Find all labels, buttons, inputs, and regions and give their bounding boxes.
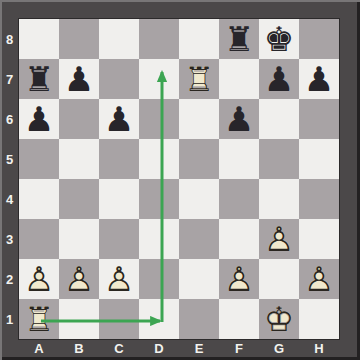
square-b8[interactable] xyxy=(59,19,99,59)
square-e6[interactable] xyxy=(179,99,219,139)
square-g5[interactable] xyxy=(259,139,299,179)
square-g6[interactable] xyxy=(259,99,299,139)
black-pawn-piece[interactable]: ♟ xyxy=(99,99,139,139)
square-g4[interactable] xyxy=(259,179,299,219)
white-pawn-piece[interactable]: ♟♙ xyxy=(259,219,299,259)
file-label-a: A xyxy=(19,339,59,360)
white-rook-piece[interactable]: ♜♖ xyxy=(179,59,219,99)
square-a1[interactable]: ♜♖ xyxy=(19,299,59,339)
rank-label-5: 5 xyxy=(0,139,19,179)
square-h7[interactable]: ♟ xyxy=(299,59,339,99)
square-d1[interactable] xyxy=(139,299,179,339)
square-f3[interactable] xyxy=(219,219,259,259)
square-c4[interactable] xyxy=(99,179,139,219)
square-g3[interactable]: ♟♙ xyxy=(259,219,299,259)
rank-label-7: 7 xyxy=(0,59,19,99)
square-a3[interactable] xyxy=(19,219,59,259)
chess-board: ♜♚♜♟♜♖♟♟♟♟♟♟♙♟♙♟♙♟♙♟♙♟♙♜♖♚♔ xyxy=(19,19,339,339)
square-e5[interactable] xyxy=(179,139,219,179)
square-d6[interactable] xyxy=(139,99,179,139)
square-a2[interactable]: ♟♙ xyxy=(19,259,59,299)
square-h1[interactable] xyxy=(299,299,339,339)
chessboard-widget: ♜♚♜♟♜♖♟♟♟♟♟♟♙♟♙♟♙♟♙♟♙♟♙♜♖♚♔ 87654321 ABC… xyxy=(0,0,360,360)
square-h2[interactable]: ♟♙ xyxy=(299,259,339,299)
file-label-e: E xyxy=(179,339,219,360)
square-g1[interactable]: ♚♔ xyxy=(259,299,299,339)
square-f2[interactable]: ♟♙ xyxy=(219,259,259,299)
square-b4[interactable] xyxy=(59,179,99,219)
black-pawn-piece[interactable]: ♟ xyxy=(19,99,59,139)
square-g8[interactable]: ♚ xyxy=(259,19,299,59)
square-b7[interactable]: ♟ xyxy=(59,59,99,99)
square-g7[interactable]: ♟ xyxy=(259,59,299,99)
rank-labels: 87654321 xyxy=(0,19,19,339)
square-h4[interactable] xyxy=(299,179,339,219)
square-d4[interactable] xyxy=(139,179,179,219)
square-d3[interactable] xyxy=(139,219,179,259)
square-c3[interactable] xyxy=(99,219,139,259)
square-h3[interactable] xyxy=(299,219,339,259)
black-rook-piece[interactable]: ♜ xyxy=(219,19,259,59)
square-b1[interactable] xyxy=(59,299,99,339)
square-c1[interactable] xyxy=(99,299,139,339)
rank-label-2: 2 xyxy=(0,259,19,299)
square-f4[interactable] xyxy=(219,179,259,219)
square-c5[interactable] xyxy=(99,139,139,179)
square-b2[interactable]: ♟♙ xyxy=(59,259,99,299)
white-king-piece[interactable]: ♚♔ xyxy=(259,299,299,339)
black-pawn-piece[interactable]: ♟ xyxy=(219,99,259,139)
white-pawn-piece[interactable]: ♟♙ xyxy=(219,259,259,299)
square-a4[interactable] xyxy=(19,179,59,219)
square-a8[interactable] xyxy=(19,19,59,59)
square-c6[interactable]: ♟ xyxy=(99,99,139,139)
square-f8[interactable]: ♜ xyxy=(219,19,259,59)
rank-label-6: 6 xyxy=(0,99,19,139)
file-label-b: B xyxy=(59,339,99,360)
black-pawn-piece[interactable]: ♟ xyxy=(259,59,299,99)
file-label-f: F xyxy=(219,339,259,360)
square-a6[interactable]: ♟ xyxy=(19,99,59,139)
square-e1[interactable] xyxy=(179,299,219,339)
white-pawn-piece[interactable]: ♟♙ xyxy=(299,259,339,299)
square-f1[interactable] xyxy=(219,299,259,339)
white-pawn-piece[interactable]: ♟♙ xyxy=(19,259,59,299)
square-e4[interactable] xyxy=(179,179,219,219)
square-h8[interactable] xyxy=(299,19,339,59)
rank-label-1: 1 xyxy=(0,299,19,339)
square-e8[interactable] xyxy=(179,19,219,59)
square-a7[interactable]: ♜ xyxy=(19,59,59,99)
square-e3[interactable] xyxy=(179,219,219,259)
square-a5[interactable] xyxy=(19,139,59,179)
file-labels: ABCDEFGH xyxy=(19,339,339,360)
square-b3[interactable] xyxy=(59,219,99,259)
square-h5[interactable] xyxy=(299,139,339,179)
square-e7[interactable]: ♜♖ xyxy=(179,59,219,99)
black-pawn-piece[interactable]: ♟ xyxy=(299,59,339,99)
file-label-c: C xyxy=(99,339,139,360)
square-f5[interactable] xyxy=(219,139,259,179)
square-f6[interactable]: ♟ xyxy=(219,99,259,139)
black-king-piece[interactable]: ♚ xyxy=(259,19,299,59)
square-g2[interactable] xyxy=(259,259,299,299)
square-c8[interactable] xyxy=(99,19,139,59)
file-label-d: D xyxy=(139,339,179,360)
square-b5[interactable] xyxy=(59,139,99,179)
square-b6[interactable] xyxy=(59,99,99,139)
rank-label-4: 4 xyxy=(0,179,19,219)
square-c2[interactable]: ♟♙ xyxy=(99,259,139,299)
square-c7[interactable] xyxy=(99,59,139,99)
square-h6[interactable] xyxy=(299,99,339,139)
rank-label-8: 8 xyxy=(0,19,19,59)
square-d2[interactable] xyxy=(139,259,179,299)
square-e2[interactable] xyxy=(179,259,219,299)
square-f7[interactable] xyxy=(219,59,259,99)
white-pawn-piece[interactable]: ♟♙ xyxy=(59,259,99,299)
square-d5[interactable] xyxy=(139,139,179,179)
black-rook-piece[interactable]: ♜ xyxy=(19,59,59,99)
rank-label-3: 3 xyxy=(0,219,19,259)
square-d7[interactable] xyxy=(139,59,179,99)
file-label-g: G xyxy=(259,339,299,360)
square-d8[interactable] xyxy=(139,19,179,59)
white-rook-piece[interactable]: ♜♖ xyxy=(19,299,59,339)
black-pawn-piece[interactable]: ♟ xyxy=(59,59,99,99)
file-label-h: H xyxy=(299,339,339,360)
white-pawn-piece[interactable]: ♟♙ xyxy=(99,259,139,299)
